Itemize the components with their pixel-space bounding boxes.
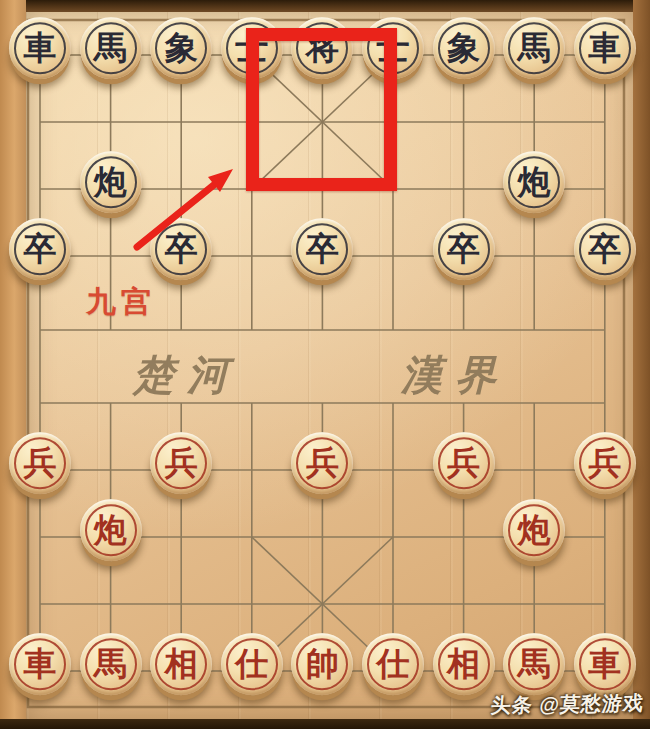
piece-red-soldier[interactable]: 兵 bbox=[9, 432, 71, 494]
piece-glyph: 兵 bbox=[306, 446, 339, 479]
piece-glyph: 帥 bbox=[306, 647, 339, 680]
piece-black-chariot[interactable]: 車 bbox=[9, 17, 71, 79]
piece-glyph: 仕 bbox=[235, 647, 268, 680]
piece-red-chariot[interactable]: 車 bbox=[9, 633, 71, 695]
piece-red-soldier[interactable]: 兵 bbox=[291, 432, 353, 494]
piece-black-soldier[interactable]: 卒 bbox=[150, 218, 212, 280]
piece-glyph: 象 bbox=[447, 31, 480, 64]
watermark: 头条 @莫愁游戏 bbox=[490, 690, 646, 720]
piece-black-horse[interactable]: 馬 bbox=[503, 17, 565, 79]
piece-black-soldier[interactable]: 卒 bbox=[433, 218, 495, 280]
piece-glyph: 兵 bbox=[165, 446, 198, 479]
piece-glyph: 卒 bbox=[447, 232, 480, 265]
piece-glyph: 馬 bbox=[518, 647, 551, 680]
piece-red-general[interactable]: 帥 bbox=[291, 633, 353, 695]
piece-black-chariot[interactable]: 車 bbox=[574, 17, 636, 79]
piece-glyph: 炮 bbox=[518, 165, 551, 198]
piece-red-advisor[interactable]: 仕 bbox=[221, 633, 283, 695]
piece-red-soldier[interactable]: 兵 bbox=[574, 432, 636, 494]
piece-red-soldier[interactable]: 兵 bbox=[433, 432, 495, 494]
piece-black-elephant[interactable]: 象 bbox=[433, 17, 495, 79]
xiangqi-board-screenshot: 楚河 漢界 車馬象士将士象馬車炮炮卒卒卒卒卒兵兵兵兵兵炮炮車馬相仕帥仕相馬車 九… bbox=[0, 0, 650, 729]
piece-glyph: 士 bbox=[235, 31, 268, 64]
piece-glyph: 馬 bbox=[518, 31, 551, 64]
piece-glyph: 車 bbox=[588, 31, 621, 64]
piece-glyph: 炮 bbox=[94, 513, 127, 546]
piece-black-soldier[interactable]: 卒 bbox=[291, 218, 353, 280]
piece-glyph: 兵 bbox=[588, 446, 621, 479]
piece-glyph: 車 bbox=[24, 31, 57, 64]
piece-glyph: 将 bbox=[306, 31, 339, 64]
piece-red-advisor[interactable]: 仕 bbox=[362, 633, 424, 695]
piece-red-horse[interactable]: 馬 bbox=[503, 633, 565, 695]
piece-glyph: 兵 bbox=[24, 446, 57, 479]
piece-black-elephant[interactable]: 象 bbox=[150, 17, 212, 79]
piece-black-cannon[interactable]: 炮 bbox=[503, 151, 565, 213]
piece-glyph: 卒 bbox=[165, 232, 198, 265]
piece-glyph: 炮 bbox=[518, 513, 551, 546]
piece-glyph: 相 bbox=[447, 647, 480, 680]
piece-glyph: 卒 bbox=[24, 232, 57, 265]
piece-glyph: 兵 bbox=[447, 446, 480, 479]
piece-glyph: 仕 bbox=[377, 647, 410, 680]
piece-red-soldier[interactable]: 兵 bbox=[150, 432, 212, 494]
piece-black-advisor[interactable]: 士 bbox=[221, 17, 283, 79]
piece-red-cannon[interactable]: 炮 bbox=[503, 499, 565, 561]
piece-red-elephant[interactable]: 相 bbox=[150, 633, 212, 695]
piece-black-advisor[interactable]: 士 bbox=[362, 17, 424, 79]
pieces-layer: 車馬象士将士象馬車炮炮卒卒卒卒卒兵兵兵兵兵炮炮車馬相仕帥仕相馬車 bbox=[0, 0, 650, 729]
piece-red-cannon[interactable]: 炮 bbox=[80, 499, 142, 561]
piece-black-cannon[interactable]: 炮 bbox=[80, 151, 142, 213]
piece-red-chariot[interactable]: 車 bbox=[574, 633, 636, 695]
piece-black-soldier[interactable]: 卒 bbox=[574, 218, 636, 280]
piece-glyph: 車 bbox=[588, 647, 621, 680]
piece-glyph: 象 bbox=[165, 31, 198, 64]
piece-glyph: 馬 bbox=[94, 31, 127, 64]
piece-glyph: 馬 bbox=[94, 647, 127, 680]
piece-black-general[interactable]: 将 bbox=[291, 17, 353, 79]
piece-glyph: 相 bbox=[165, 647, 198, 680]
piece-black-soldier[interactable]: 卒 bbox=[9, 218, 71, 280]
piece-glyph: 卒 bbox=[588, 232, 621, 265]
piece-red-horse[interactable]: 馬 bbox=[80, 633, 142, 695]
piece-glyph: 卒 bbox=[306, 232, 339, 265]
piece-black-horse[interactable]: 馬 bbox=[80, 17, 142, 79]
piece-red-elephant[interactable]: 相 bbox=[433, 633, 495, 695]
piece-glyph: 士 bbox=[377, 31, 410, 64]
piece-glyph: 炮 bbox=[94, 165, 127, 198]
piece-glyph: 車 bbox=[24, 647, 57, 680]
